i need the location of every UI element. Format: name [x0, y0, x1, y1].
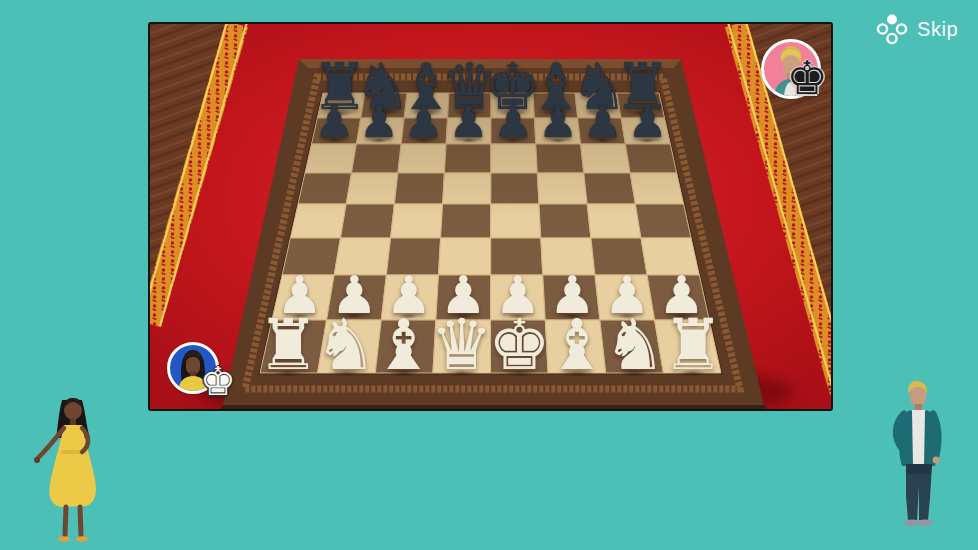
square-b2 [327, 275, 387, 320]
square-f6 [536, 144, 584, 173]
square-c7 [401, 118, 447, 144]
square-g5 [584, 173, 636, 204]
square-c4 [391, 204, 443, 238]
square-f4 [539, 204, 591, 238]
square-b8 [361, 93, 407, 118]
square-g4 [587, 204, 641, 238]
black-king-icon: ♚ [786, 55, 827, 101]
square-h6 [625, 144, 676, 173]
square-c6 [398, 144, 446, 173]
man-teal-jacket-figurine [866, 380, 970, 532]
square-h7 [621, 118, 670, 144]
square-d4 [441, 204, 491, 238]
square-e1 [491, 320, 549, 373]
square-a3 [282, 238, 340, 275]
square-a8 [317, 93, 365, 118]
square-d7 [446, 118, 491, 144]
square-c2 [381, 275, 438, 320]
game-screen: { "app": {"screen_name": "chess-intro-ci… [0, 0, 978, 550]
square-d1 [433, 320, 491, 373]
square-g2 [595, 275, 655, 320]
square-a1 [260, 320, 327, 373]
square-g7 [578, 118, 626, 144]
square-f7 [534, 118, 580, 144]
square-d5 [443, 173, 491, 204]
square-d8 [448, 93, 491, 118]
square-h8 [617, 93, 665, 118]
square-g8 [575, 93, 621, 118]
square-d3 [439, 238, 491, 275]
square-f8 [533, 93, 578, 118]
square-b7 [356, 118, 404, 144]
square-c1 [375, 320, 436, 373]
square-g6 [581, 144, 631, 173]
square-f5 [537, 173, 587, 204]
square-e5 [491, 173, 539, 204]
woman-yellow-dress-figurine [28, 394, 118, 544]
square-g3 [591, 238, 647, 275]
square-e2 [491, 275, 546, 320]
square-e8 [491, 93, 534, 118]
square-c8 [404, 93, 449, 118]
square-b5 [346, 173, 398, 204]
square-f1 [545, 320, 606, 373]
square-h5 [630, 173, 683, 204]
square-a4 [290, 204, 346, 238]
square-b1 [318, 320, 382, 373]
square-f2 [543, 275, 600, 320]
square-h1 [655, 320, 721, 373]
square-b3 [334, 238, 390, 275]
square-b4 [341, 204, 395, 238]
gameplay-view: ♜♞♝♛♚♝♞♜♟♟♟♟♟♟♟♟♟♟♟♟♟♟♟♟♜♞♝♛♚♝♞♜ ♚ ♚ [148, 22, 833, 411]
white-king-icon: ♚ [200, 361, 236, 401]
square-e6 [491, 144, 537, 173]
scene-art [150, 24, 831, 409]
square-h4 [635, 204, 691, 238]
square-a2 [272, 275, 334, 320]
square-d6 [444, 144, 491, 173]
square-f3 [541, 238, 595, 275]
square-e3 [491, 238, 543, 275]
skip-label: Skip [917, 18, 958, 41]
skip-button[interactable]: Skip [876, 11, 958, 47]
square-e4 [491, 204, 541, 238]
button-cluster-icon [876, 13, 908, 45]
square-a6 [305, 144, 356, 173]
square-h2 [647, 275, 709, 320]
square-c3 [386, 238, 440, 275]
square-h3 [641, 238, 699, 275]
square-a7 [312, 118, 361, 144]
square-c5 [394, 173, 444, 204]
square-d2 [436, 275, 491, 320]
square-b6 [352, 144, 402, 173]
square-g1 [600, 320, 664, 373]
square-e7 [491, 118, 536, 144]
square-a5 [298, 173, 352, 204]
